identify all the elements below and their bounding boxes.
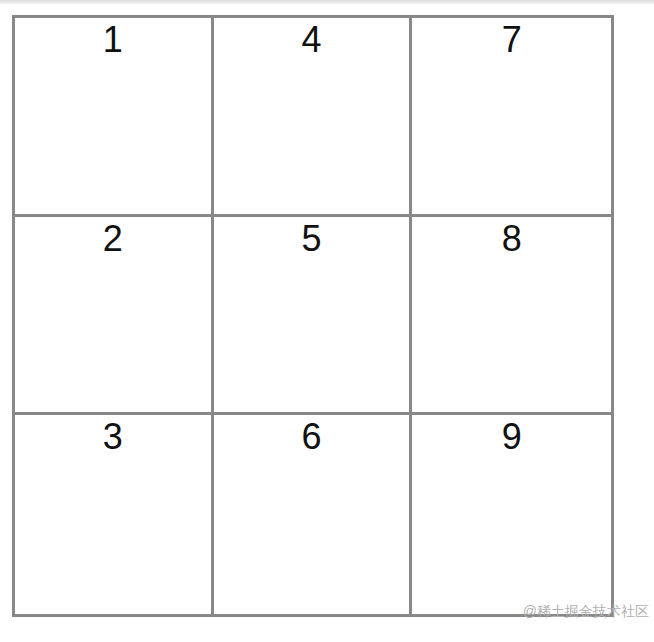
cell-number: 9 xyxy=(412,419,611,455)
grid-cell-r1c2: 4 xyxy=(214,18,413,217)
cell-number: 6 xyxy=(214,419,410,455)
grid-cell-r2c2: 5 xyxy=(214,217,413,416)
cell-number: 3 xyxy=(15,419,211,455)
grid-cell-r2c1: 2 xyxy=(15,217,214,416)
cell-number: 8 xyxy=(412,221,611,257)
cell-number: 2 xyxy=(15,221,211,257)
grid-board: 1 4 7 2 5 8 3 6 9 xyxy=(12,15,614,617)
grid-cell-r1c3: 7 xyxy=(412,18,611,217)
cell-number: 5 xyxy=(214,221,410,257)
top-edge-strip xyxy=(0,0,654,4)
grid-cell-r1c1: 1 xyxy=(15,18,214,217)
watermark: @稀土掘金技术社区 xyxy=(523,604,649,619)
grid-cell-r2c3: 8 xyxy=(412,217,611,416)
cell-number: 7 xyxy=(412,22,611,58)
grid-cell-r3c3: 9 xyxy=(412,415,611,614)
cell-number: 4 xyxy=(214,22,410,58)
cell-number: 1 xyxy=(15,22,211,58)
grid-cell-r3c1: 3 xyxy=(15,415,214,614)
grid-cell-r3c2: 6 xyxy=(214,415,413,614)
